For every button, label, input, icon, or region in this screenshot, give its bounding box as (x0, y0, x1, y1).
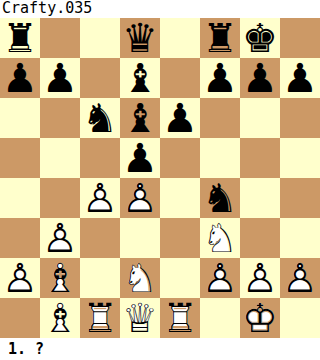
square-a7[interactable]: ♟ (0, 58, 40, 98)
square-g1[interactable]: ♚♔ (240, 298, 280, 338)
square-f7[interactable]: ♟ (200, 58, 240, 98)
move-prompt: 1. ? (0, 338, 320, 360)
piece-black-knight[interactable]: ♞ (200, 178, 240, 218)
square-c1[interactable]: ♜♖ (80, 298, 120, 338)
piece-black-rook[interactable]: ♜ (200, 18, 240, 58)
square-c8[interactable] (80, 18, 120, 58)
queen-outline-glyph: ♕ (120, 298, 160, 338)
square-c5[interactable] (80, 138, 120, 178)
square-c4[interactable]: ♟♙ (80, 178, 120, 218)
square-d5[interactable]: ♟ (120, 138, 160, 178)
rook-outline-glyph: ♖ (160, 298, 200, 338)
square-b3[interactable]: ♟♙ (40, 218, 80, 258)
piece-black-rook[interactable]: ♜ (0, 18, 40, 58)
square-e1[interactable]: ♜♖ (160, 298, 200, 338)
piece-black-pawn[interactable]: ♟ (0, 58, 40, 98)
square-b5[interactable] (40, 138, 80, 178)
square-f8[interactable]: ♜ (200, 18, 240, 58)
square-b2[interactable]: ♝♗ (40, 258, 80, 298)
square-e3[interactable] (160, 218, 200, 258)
square-b7[interactable]: ♟ (40, 58, 80, 98)
rook-outline-glyph: ♖ (80, 298, 120, 338)
square-h3[interactable] (280, 218, 320, 258)
square-e7[interactable] (160, 58, 200, 98)
square-e2[interactable] (160, 258, 200, 298)
square-a4[interactable] (0, 178, 40, 218)
piece-white-knight[interactable]: ♞♘ (120, 258, 160, 298)
square-g4[interactable] (240, 178, 280, 218)
square-e5[interactable] (160, 138, 200, 178)
piece-white-rook[interactable]: ♜♖ (80, 298, 120, 338)
square-e6[interactable]: ♟ (160, 98, 200, 138)
piece-black-pawn[interactable]: ♟ (120, 138, 160, 178)
square-b4[interactable] (40, 178, 80, 218)
square-h1[interactable] (280, 298, 320, 338)
piece-white-king[interactable]: ♚♔ (240, 298, 280, 338)
square-g7[interactable]: ♟ (240, 58, 280, 98)
piece-white-rook[interactable]: ♜♖ (160, 298, 200, 338)
square-d8[interactable]: ♛ (120, 18, 160, 58)
square-g5[interactable] (240, 138, 280, 178)
piece-white-pawn[interactable]: ♟♙ (200, 258, 240, 298)
square-a5[interactable] (0, 138, 40, 178)
piece-white-pawn[interactable]: ♟♙ (280, 258, 320, 298)
piece-white-knight[interactable]: ♞♘ (200, 218, 240, 258)
chess-board[interactable]: ♜♛♜♚♟♟♝♟♟♟♞♝♟♟♟♙♟♙♞♟♙♞♘♟♙♝♗♞♘♟♙♟♙♟♙♝♗♜♖♛… (0, 18, 320, 338)
piece-black-bishop[interactable]: ♝ (120, 98, 160, 138)
crafty-window: Crafty.035 ♜♛♜♚♟♟♝♟♟♟♞♝♟♟♟♙♟♙♞♟♙♞♘♟♙♝♗♞♘… (0, 0, 320, 360)
piece-white-pawn[interactable]: ♟♙ (240, 258, 280, 298)
square-a1[interactable] (0, 298, 40, 338)
piece-white-bishop[interactable]: ♝♗ (40, 298, 80, 338)
square-g8[interactable]: ♚ (240, 18, 280, 58)
square-b8[interactable] (40, 18, 80, 58)
square-g2[interactable]: ♟♙ (240, 258, 280, 298)
piece-white-bishop[interactable]: ♝♗ (40, 258, 80, 298)
pawn-outline-glyph: ♙ (0, 258, 40, 298)
piece-white-pawn[interactable]: ♟♙ (40, 218, 80, 258)
piece-white-pawn[interactable]: ♟♙ (80, 178, 120, 218)
square-h4[interactable] (280, 178, 320, 218)
square-a2[interactable]: ♟♙ (0, 258, 40, 298)
piece-black-bishop[interactable]: ♝ (120, 58, 160, 98)
bishop-outline-glyph: ♗ (40, 258, 80, 298)
square-c6[interactable]: ♞ (80, 98, 120, 138)
square-h5[interactable] (280, 138, 320, 178)
piece-black-knight[interactable]: ♞ (80, 98, 120, 138)
knight-outline-glyph: ♘ (120, 258, 160, 298)
square-c7[interactable] (80, 58, 120, 98)
piece-white-pawn[interactable]: ♟♙ (120, 178, 160, 218)
pawn-outline-glyph: ♙ (120, 178, 160, 218)
square-f3[interactable]: ♞♘ (200, 218, 240, 258)
piece-black-queen[interactable]: ♛ (120, 18, 160, 58)
pawn-outline-glyph: ♙ (200, 258, 240, 298)
square-b6[interactable] (40, 98, 80, 138)
piece-black-pawn[interactable]: ♟ (160, 98, 200, 138)
piece-black-pawn[interactable]: ♟ (40, 58, 80, 98)
pawn-outline-glyph: ♙ (40, 218, 80, 258)
piece-black-pawn[interactable]: ♟ (240, 58, 280, 98)
square-f5[interactable] (200, 138, 240, 178)
square-h2[interactable]: ♟♙ (280, 258, 320, 298)
square-a6[interactable] (0, 98, 40, 138)
king-outline-glyph: ♔ (240, 298, 280, 338)
square-f1[interactable] (200, 298, 240, 338)
bishop-outline-glyph: ♗ (40, 298, 80, 338)
square-e4[interactable] (160, 178, 200, 218)
square-d3[interactable] (120, 218, 160, 258)
pawn-outline-glyph: ♙ (80, 178, 120, 218)
square-d2[interactable]: ♞♘ (120, 258, 160, 298)
square-f6[interactable] (200, 98, 240, 138)
square-g6[interactable] (240, 98, 280, 138)
knight-outline-glyph: ♘ (200, 218, 240, 258)
square-f4[interactable]: ♞ (200, 178, 240, 218)
pawn-outline-glyph: ♙ (280, 258, 320, 298)
square-e8[interactable] (160, 18, 200, 58)
piece-white-pawn[interactable]: ♟♙ (0, 258, 40, 298)
square-f2[interactable]: ♟♙ (200, 258, 240, 298)
piece-black-pawn[interactable]: ♟ (200, 58, 240, 98)
square-a8[interactable]: ♜ (0, 18, 40, 58)
square-a3[interactable] (0, 218, 40, 258)
square-d4[interactable]: ♟♙ (120, 178, 160, 218)
square-d6[interactable]: ♝ (120, 98, 160, 138)
square-h7[interactable]: ♟ (280, 58, 320, 98)
square-c3[interactable] (80, 218, 120, 258)
pawn-outline-glyph: ♙ (240, 258, 280, 298)
square-d7[interactable]: ♝ (120, 58, 160, 98)
square-c2[interactable] (80, 258, 120, 298)
square-h6[interactable] (280, 98, 320, 138)
square-g3[interactable] (240, 218, 280, 258)
piece-white-queen[interactable]: ♛♕ (120, 298, 160, 338)
piece-black-king[interactable]: ♚ (240, 18, 280, 58)
square-b1[interactable]: ♝♗ (40, 298, 80, 338)
square-d1[interactable]: ♛♕ (120, 298, 160, 338)
square-h8[interactable] (280, 18, 320, 58)
piece-black-pawn[interactable]: ♟ (280, 58, 320, 98)
